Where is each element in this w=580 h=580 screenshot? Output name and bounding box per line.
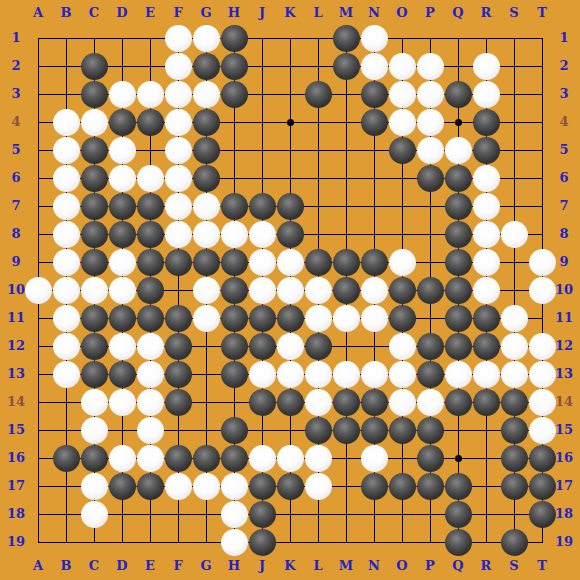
intersection-Q9[interactable]: [444, 248, 472, 276]
intersection-M18[interactable]: [332, 500, 360, 528]
intersection-Q11[interactable]: [444, 304, 472, 332]
intersection-S16[interactable]: [500, 444, 528, 472]
intersection-B2[interactable]: [52, 52, 80, 80]
intersection-E14[interactable]: [136, 388, 164, 416]
intersection-K17[interactable]: [276, 472, 304, 500]
intersection-E8[interactable]: [136, 220, 164, 248]
intersection-O18[interactable]: [388, 500, 416, 528]
intersection-J18[interactable]: [248, 500, 276, 528]
intersection-M1[interactable]: [332, 24, 360, 52]
intersection-H11[interactable]: [220, 304, 248, 332]
intersection-R8[interactable]: [472, 220, 500, 248]
intersection-Q19[interactable]: [444, 528, 472, 556]
intersection-Q14[interactable]: [444, 388, 472, 416]
intersection-H15[interactable]: [220, 416, 248, 444]
intersection-M12[interactable]: [332, 332, 360, 360]
intersection-F5[interactable]: [164, 136, 192, 164]
intersection-K6[interactable]: [276, 164, 304, 192]
intersection-N14[interactable]: [360, 388, 388, 416]
intersection-D7[interactable]: [108, 192, 136, 220]
intersection-N15[interactable]: [360, 416, 388, 444]
intersection-K16[interactable]: [276, 444, 304, 472]
intersection-D19[interactable]: [108, 528, 136, 556]
intersection-E11[interactable]: [136, 304, 164, 332]
intersection-R13[interactable]: [472, 360, 500, 388]
intersection-K18[interactable]: [276, 500, 304, 528]
intersection-E4[interactable]: [136, 108, 164, 136]
intersection-G8[interactable]: [192, 220, 220, 248]
intersection-B6[interactable]: [52, 164, 80, 192]
intersection-M5[interactable]: [332, 136, 360, 164]
intersection-P1[interactable]: [416, 24, 444, 52]
intersection-N3[interactable]: [360, 80, 388, 108]
intersection-C19[interactable]: [80, 528, 108, 556]
intersection-N19[interactable]: [360, 528, 388, 556]
intersection-K2[interactable]: [276, 52, 304, 80]
intersection-O1[interactable]: [388, 24, 416, 52]
intersection-B9[interactable]: [52, 248, 80, 276]
intersection-L3[interactable]: [304, 80, 332, 108]
intersection-R7[interactable]: [472, 192, 500, 220]
intersection-O5[interactable]: [388, 136, 416, 164]
intersection-M16[interactable]: [332, 444, 360, 472]
intersection-Q17[interactable]: [444, 472, 472, 500]
intersection-E5[interactable]: [136, 136, 164, 164]
intersection-E2[interactable]: [136, 52, 164, 80]
intersection-P3[interactable]: [416, 80, 444, 108]
intersection-G1[interactable]: [192, 24, 220, 52]
intersection-B13[interactable]: [52, 360, 80, 388]
intersection-S18[interactable]: [500, 500, 528, 528]
intersection-P10[interactable]: [416, 276, 444, 304]
intersection-R16[interactable]: [472, 444, 500, 472]
intersection-K8[interactable]: [276, 220, 304, 248]
intersection-Q10[interactable]: [444, 276, 472, 304]
intersection-S13[interactable]: [500, 360, 528, 388]
intersection-M11[interactable]: [332, 304, 360, 332]
intersection-Q16[interactable]: [444, 444, 472, 472]
intersection-O19[interactable]: [388, 528, 416, 556]
intersection-G16[interactable]: [192, 444, 220, 472]
intersection-J13[interactable]: [248, 360, 276, 388]
intersection-C9[interactable]: [80, 248, 108, 276]
intersection-R12[interactable]: [472, 332, 500, 360]
intersection-M15[interactable]: [332, 416, 360, 444]
intersection-O15[interactable]: [388, 416, 416, 444]
intersection-F15[interactable]: [164, 416, 192, 444]
intersection-B17[interactable]: [52, 472, 80, 500]
intersection-O11[interactable]: [388, 304, 416, 332]
intersection-E16[interactable]: [136, 444, 164, 472]
intersection-E17[interactable]: [136, 472, 164, 500]
intersection-H9[interactable]: [220, 248, 248, 276]
intersection-G2[interactable]: [192, 52, 220, 80]
intersection-P8[interactable]: [416, 220, 444, 248]
intersection-S15[interactable]: [500, 416, 528, 444]
intersection-G6[interactable]: [192, 164, 220, 192]
intersection-P15[interactable]: [416, 416, 444, 444]
intersection-L12[interactable]: [304, 332, 332, 360]
intersection-G12[interactable]: [192, 332, 220, 360]
intersection-F2[interactable]: [164, 52, 192, 80]
intersection-Q7[interactable]: [444, 192, 472, 220]
intersection-L6[interactable]: [304, 164, 332, 192]
intersection-J14[interactable]: [248, 388, 276, 416]
intersection-D18[interactable]: [108, 500, 136, 528]
intersection-S1[interactable]: [500, 24, 528, 52]
intersection-H7[interactable]: [220, 192, 248, 220]
intersection-G17[interactable]: [192, 472, 220, 500]
intersection-E12[interactable]: [136, 332, 164, 360]
intersection-D8[interactable]: [108, 220, 136, 248]
intersection-B18[interactable]: [52, 500, 80, 528]
intersection-F17[interactable]: [164, 472, 192, 500]
intersection-P11[interactable]: [416, 304, 444, 332]
intersection-K9[interactable]: [276, 248, 304, 276]
intersection-R11[interactable]: [472, 304, 500, 332]
intersection-F1[interactable]: [164, 24, 192, 52]
intersection-H19[interactable]: [220, 528, 248, 556]
intersection-K12[interactable]: [276, 332, 304, 360]
intersection-C8[interactable]: [80, 220, 108, 248]
intersection-L16[interactable]: [304, 444, 332, 472]
intersection-G11[interactable]: [192, 304, 220, 332]
intersection-S7[interactable]: [500, 192, 528, 220]
intersection-Q3[interactable]: [444, 80, 472, 108]
intersection-R18[interactable]: [472, 500, 500, 528]
intersection-D1[interactable]: [108, 24, 136, 52]
intersection-R5[interactable]: [472, 136, 500, 164]
intersection-J4[interactable]: [248, 108, 276, 136]
intersection-G9[interactable]: [192, 248, 220, 276]
intersection-H8[interactable]: [220, 220, 248, 248]
intersection-B5[interactable]: [52, 136, 80, 164]
intersection-G7[interactable]: [192, 192, 220, 220]
intersection-E7[interactable]: [136, 192, 164, 220]
intersection-J12[interactable]: [248, 332, 276, 360]
intersection-F11[interactable]: [164, 304, 192, 332]
intersection-H10[interactable]: [220, 276, 248, 304]
intersection-Q13[interactable]: [444, 360, 472, 388]
intersection-K11[interactable]: [276, 304, 304, 332]
intersection-O17[interactable]: [388, 472, 416, 500]
intersection-F19[interactable]: [164, 528, 192, 556]
intersection-O3[interactable]: [388, 80, 416, 108]
intersection-F12[interactable]: [164, 332, 192, 360]
intersection-D9[interactable]: [108, 248, 136, 276]
intersection-L13[interactable]: [304, 360, 332, 388]
intersection-H12[interactable]: [220, 332, 248, 360]
intersection-J11[interactable]: [248, 304, 276, 332]
intersection-R14[interactable]: [472, 388, 500, 416]
intersection-B14[interactable]: [52, 388, 80, 416]
intersection-C6[interactable]: [80, 164, 108, 192]
intersection-F10[interactable]: [164, 276, 192, 304]
intersection-C5[interactable]: [80, 136, 108, 164]
intersection-O9[interactable]: [388, 248, 416, 276]
intersection-Q1[interactable]: [444, 24, 472, 52]
intersection-Q8[interactable]: [444, 220, 472, 248]
intersection-B4[interactable]: [52, 108, 80, 136]
intersection-Q6[interactable]: [444, 164, 472, 192]
intersection-S8[interactable]: [500, 220, 528, 248]
intersection-M10[interactable]: [332, 276, 360, 304]
intersection-P6[interactable]: [416, 164, 444, 192]
intersection-P7[interactable]: [416, 192, 444, 220]
intersection-F8[interactable]: [164, 220, 192, 248]
intersection-H18[interactable]: [220, 500, 248, 528]
intersection-L9[interactable]: [304, 248, 332, 276]
intersection-M3[interactable]: [332, 80, 360, 108]
intersection-Q2[interactable]: [444, 52, 472, 80]
intersection-B15[interactable]: [52, 416, 80, 444]
intersection-N1[interactable]: [360, 24, 388, 52]
intersection-P12[interactable]: [416, 332, 444, 360]
intersection-N5[interactable]: [360, 136, 388, 164]
intersection-O14[interactable]: [388, 388, 416, 416]
intersection-K4[interactable]: [276, 108, 304, 136]
intersection-F9[interactable]: [164, 248, 192, 276]
intersection-K19[interactable]: [276, 528, 304, 556]
intersection-J2[interactable]: [248, 52, 276, 80]
intersection-S3[interactable]: [500, 80, 528, 108]
intersection-G5[interactable]: [192, 136, 220, 164]
intersection-J9[interactable]: [248, 248, 276, 276]
intersection-R17[interactable]: [472, 472, 500, 500]
intersection-N7[interactable]: [360, 192, 388, 220]
intersection-Q12[interactable]: [444, 332, 472, 360]
intersection-D14[interactable]: [108, 388, 136, 416]
intersection-H4[interactable]: [220, 108, 248, 136]
intersection-F18[interactable]: [164, 500, 192, 528]
intersection-C13[interactable]: [80, 360, 108, 388]
intersection-K10[interactable]: [276, 276, 304, 304]
intersection-H14[interactable]: [220, 388, 248, 416]
intersection-K7[interactable]: [276, 192, 304, 220]
intersection-B10[interactable]: [52, 276, 80, 304]
intersection-R4[interactable]: [472, 108, 500, 136]
intersection-G3[interactable]: [192, 80, 220, 108]
intersection-P16[interactable]: [416, 444, 444, 472]
intersection-L2[interactable]: [304, 52, 332, 80]
intersection-B12[interactable]: [52, 332, 80, 360]
intersection-H5[interactable]: [220, 136, 248, 164]
intersection-C16[interactable]: [80, 444, 108, 472]
intersection-G14[interactable]: [192, 388, 220, 416]
intersection-D5[interactable]: [108, 136, 136, 164]
intersection-O12[interactable]: [388, 332, 416, 360]
intersection-G4[interactable]: [192, 108, 220, 136]
intersection-J17[interactable]: [248, 472, 276, 500]
intersection-N13[interactable]: [360, 360, 388, 388]
intersection-O13[interactable]: [388, 360, 416, 388]
intersection-P14[interactable]: [416, 388, 444, 416]
intersection-L5[interactable]: [304, 136, 332, 164]
intersection-L4[interactable]: [304, 108, 332, 136]
intersection-O4[interactable]: [388, 108, 416, 136]
intersection-M6[interactable]: [332, 164, 360, 192]
intersection-L1[interactable]: [304, 24, 332, 52]
intersection-E13[interactable]: [136, 360, 164, 388]
intersection-L19[interactable]: [304, 528, 332, 556]
intersection-C7[interactable]: [80, 192, 108, 220]
intersection-G15[interactable]: [192, 416, 220, 444]
intersection-L10[interactable]: [304, 276, 332, 304]
intersection-N11[interactable]: [360, 304, 388, 332]
intersection-O10[interactable]: [388, 276, 416, 304]
intersection-M4[interactable]: [332, 108, 360, 136]
intersection-C15[interactable]: [80, 416, 108, 444]
intersection-G13[interactable]: [192, 360, 220, 388]
intersection-S10[interactable]: [500, 276, 528, 304]
intersection-M17[interactable]: [332, 472, 360, 500]
intersection-F16[interactable]: [164, 444, 192, 472]
intersection-P5[interactable]: [416, 136, 444, 164]
intersection-J3[interactable]: [248, 80, 276, 108]
intersection-C14[interactable]: [80, 388, 108, 416]
intersection-C10[interactable]: [80, 276, 108, 304]
intersection-R2[interactable]: [472, 52, 500, 80]
intersection-R3[interactable]: [472, 80, 500, 108]
intersection-L7[interactable]: [304, 192, 332, 220]
intersection-L8[interactable]: [304, 220, 332, 248]
intersection-M14[interactable]: [332, 388, 360, 416]
intersection-N8[interactable]: [360, 220, 388, 248]
intersection-D3[interactable]: [108, 80, 136, 108]
intersection-C18[interactable]: [80, 500, 108, 528]
intersection-E1[interactable]: [136, 24, 164, 52]
intersection-P13[interactable]: [416, 360, 444, 388]
intersection-R9[interactable]: [472, 248, 500, 276]
intersection-J1[interactable]: [248, 24, 276, 52]
intersection-G19[interactable]: [192, 528, 220, 556]
intersection-S5[interactable]: [500, 136, 528, 164]
intersection-N6[interactable]: [360, 164, 388, 192]
intersection-L18[interactable]: [304, 500, 332, 528]
intersection-B1[interactable]: [52, 24, 80, 52]
intersection-D16[interactable]: [108, 444, 136, 472]
intersection-H3[interactable]: [220, 80, 248, 108]
intersection-B8[interactable]: [52, 220, 80, 248]
intersection-C17[interactable]: [80, 472, 108, 500]
intersection-N9[interactable]: [360, 248, 388, 276]
intersection-C3[interactable]: [80, 80, 108, 108]
intersection-R6[interactable]: [472, 164, 500, 192]
intersection-F7[interactable]: [164, 192, 192, 220]
intersection-K5[interactable]: [276, 136, 304, 164]
intersection-C1[interactable]: [80, 24, 108, 52]
intersection-L14[interactable]: [304, 388, 332, 416]
intersection-F4[interactable]: [164, 108, 192, 136]
intersection-D10[interactable]: [108, 276, 136, 304]
intersection-R19[interactable]: [472, 528, 500, 556]
intersection-J6[interactable]: [248, 164, 276, 192]
intersection-D13[interactable]: [108, 360, 136, 388]
intersection-B16[interactable]: [52, 444, 80, 472]
intersection-J19[interactable]: [248, 528, 276, 556]
intersection-B11[interactable]: [52, 304, 80, 332]
intersection-D4[interactable]: [108, 108, 136, 136]
intersection-L17[interactable]: [304, 472, 332, 500]
intersection-N10[interactable]: [360, 276, 388, 304]
intersection-D15[interactable]: [108, 416, 136, 444]
intersection-B3[interactable]: [52, 80, 80, 108]
intersection-C12[interactable]: [80, 332, 108, 360]
intersection-M2[interactable]: [332, 52, 360, 80]
intersection-E9[interactable]: [136, 248, 164, 276]
board-grid[interactable]: [24, 24, 556, 556]
intersection-N4[interactable]: [360, 108, 388, 136]
intersection-S11[interactable]: [500, 304, 528, 332]
intersection-G10[interactable]: [192, 276, 220, 304]
intersection-Q18[interactable]: [444, 500, 472, 528]
intersection-D6[interactable]: [108, 164, 136, 192]
intersection-Q4[interactable]: [444, 108, 472, 136]
intersection-K15[interactable]: [276, 416, 304, 444]
intersection-D12[interactable]: [108, 332, 136, 360]
intersection-B7[interactable]: [52, 192, 80, 220]
intersection-E10[interactable]: [136, 276, 164, 304]
intersection-M9[interactable]: [332, 248, 360, 276]
intersection-S14[interactable]: [500, 388, 528, 416]
intersection-M13[interactable]: [332, 360, 360, 388]
intersection-G18[interactable]: [192, 500, 220, 528]
intersection-D11[interactable]: [108, 304, 136, 332]
intersection-M8[interactable]: [332, 220, 360, 248]
intersection-S19[interactable]: [500, 528, 528, 556]
intersection-Q15[interactable]: [444, 416, 472, 444]
intersection-O6[interactable]: [388, 164, 416, 192]
intersection-H1[interactable]: [220, 24, 248, 52]
intersection-P2[interactable]: [416, 52, 444, 80]
intersection-O8[interactable]: [388, 220, 416, 248]
intersection-P4[interactable]: [416, 108, 444, 136]
intersection-S6[interactable]: [500, 164, 528, 192]
intersection-H2[interactable]: [220, 52, 248, 80]
intersection-D2[interactable]: [108, 52, 136, 80]
intersection-C11[interactable]: [80, 304, 108, 332]
intersection-M7[interactable]: [332, 192, 360, 220]
intersection-L15[interactable]: [304, 416, 332, 444]
intersection-P18[interactable]: [416, 500, 444, 528]
intersection-F3[interactable]: [164, 80, 192, 108]
intersection-O7[interactable]: [388, 192, 416, 220]
intersection-D17[interactable]: [108, 472, 136, 500]
intersection-L11[interactable]: [304, 304, 332, 332]
intersection-N17[interactable]: [360, 472, 388, 500]
intersection-E6[interactable]: [136, 164, 164, 192]
intersection-S9[interactable]: [500, 248, 528, 276]
intersection-J16[interactable]: [248, 444, 276, 472]
intersection-K1[interactable]: [276, 24, 304, 52]
intersection-C2[interactable]: [80, 52, 108, 80]
intersection-Q5[interactable]: [444, 136, 472, 164]
intersection-F6[interactable]: [164, 164, 192, 192]
intersection-O16[interactable]: [388, 444, 416, 472]
intersection-H17[interactable]: [220, 472, 248, 500]
intersection-E19[interactable]: [136, 528, 164, 556]
intersection-J5[interactable]: [248, 136, 276, 164]
intersection-K3[interactable]: [276, 80, 304, 108]
intersection-R10[interactable]: [472, 276, 500, 304]
intersection-N16[interactable]: [360, 444, 388, 472]
intersection-C4[interactable]: [80, 108, 108, 136]
intersection-P19[interactable]: [416, 528, 444, 556]
intersection-R1[interactable]: [472, 24, 500, 52]
intersection-S12[interactable]: [500, 332, 528, 360]
intersection-K13[interactable]: [276, 360, 304, 388]
intersection-S4[interactable]: [500, 108, 528, 136]
